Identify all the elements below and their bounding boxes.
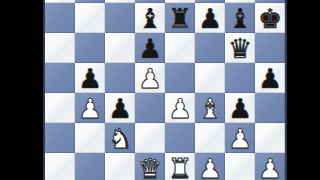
square-f5[interactable] [195,63,225,93]
black-queen-g6: ♛ [225,33,255,63]
square-e4[interactable]: ♟ [165,93,195,123]
square-b6[interactable] [75,33,105,63]
square-d3[interactable] [135,123,165,153]
white-pawn-h2: ♟ [255,153,285,180]
square-h2[interactable]: ♟ [255,153,285,180]
square-g7[interactable]: ♝ [225,3,255,33]
square-h3[interactable] [255,123,285,153]
white-bishop-f4: ♝ [195,93,225,123]
square-a2[interactable] [45,153,75,180]
square-a5[interactable] [45,63,75,93]
letterbox-right [287,0,320,180]
black-pawn-g4: ♟ [225,93,255,123]
black-pawn-h5: ♟ [255,63,285,93]
square-c4[interactable]: ♟ [105,93,135,123]
white-pawn-g3: ♟ [225,123,255,153]
board-frame: ♝♜♟♝♚♟♛♟♟♟♟♟♟♝♟♞♟♛♜♟♟ [43,0,287,180]
black-king-h7: ♚ [255,3,285,33]
square-c2[interactable] [105,153,135,180]
square-h7[interactable]: ♚ [255,3,285,33]
square-b5[interactable]: ♟ [75,63,105,93]
white-knight-c3: ♞ [105,123,135,153]
square-b3[interactable] [75,123,105,153]
square-c5[interactable] [105,63,135,93]
square-c6[interactable] [105,33,135,63]
square-e7[interactable]: ♜ [165,3,195,33]
white-queen-d2: ♛ [135,153,165,180]
black-pawn-f7: ♟ [195,3,225,33]
square-h6[interactable] [255,33,285,63]
white-pawn-e4: ♟ [165,93,195,123]
square-f7[interactable]: ♟ [195,3,225,33]
square-b4[interactable]: ♟ [75,93,105,123]
square-d6[interactable]: ♟ [135,33,165,63]
black-bishop-d7: ♝ [135,3,165,33]
square-g6[interactable]: ♛ [225,33,255,63]
square-f4[interactable]: ♝ [195,93,225,123]
video-frame: ♝♜♟♝♚♟♛♟♟♟♟♟♟♝♟♞♟♛♜♟♟ [0,0,320,180]
square-a6[interactable] [45,33,75,63]
square-f6[interactable] [195,33,225,63]
square-d7[interactable]: ♝ [135,3,165,33]
square-g4[interactable]: ♟ [225,93,255,123]
square-a3[interactable] [45,123,75,153]
letterbox-left [0,0,43,180]
square-g5[interactable] [225,63,255,93]
white-pawn-f2: ♟ [195,153,225,180]
square-d2[interactable]: ♛ [135,153,165,180]
white-rook-e2: ♜ [165,153,195,180]
square-f3[interactable] [195,123,225,153]
black-rook-e7: ♜ [165,3,195,33]
square-e3[interactable] [165,123,195,153]
black-pawn-b5: ♟ [75,63,105,93]
square-h5[interactable]: ♟ [255,63,285,93]
square-d5[interactable]: ♟ [135,63,165,93]
black-bishop-g7: ♝ [225,3,255,33]
square-g3[interactable]: ♟ [225,123,255,153]
square-e6[interactable] [165,33,195,63]
square-c3[interactable]: ♞ [105,123,135,153]
white-pawn-b4: ♟ [75,93,105,123]
square-a7[interactable] [45,3,75,33]
square-b2[interactable] [75,153,105,180]
square-g2[interactable] [225,153,255,180]
square-a4[interactable] [45,93,75,123]
square-d4[interactable] [135,93,165,123]
square-f2[interactable]: ♟ [195,153,225,180]
white-pawn-d5: ♟ [135,63,165,93]
square-h4[interactable] [255,93,285,123]
square-b7[interactable] [75,3,105,33]
square-e2[interactable]: ♜ [165,153,195,180]
black-pawn-d6: ♟ [135,33,165,63]
square-c7[interactable] [105,3,135,33]
chess-board: ♝♜♟♝♚♟♛♟♟♟♟♟♟♝♟♞♟♛♜♟♟ [45,0,285,180]
black-pawn-c4: ♟ [105,93,135,123]
square-e5[interactable] [165,63,195,93]
